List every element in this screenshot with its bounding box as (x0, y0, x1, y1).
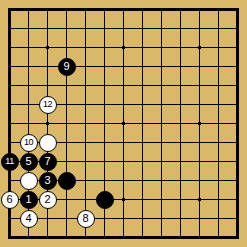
stone-black-move-7: 7 (39, 153, 57, 171)
stone-label: 9 (63, 61, 69, 72)
stone-label: 2 (44, 194, 50, 205)
stone-white-move-12: 12 (39, 96, 57, 114)
stone-label: 8 (82, 213, 88, 224)
star-point (46, 122, 49, 125)
stone-label: 6 (6, 194, 12, 205)
stone-black-move-9: 9 (58, 58, 76, 76)
star-point (198, 122, 201, 125)
grid-line-vertical (142, 8, 143, 239)
grid-line-vertical (236, 8, 239, 239)
stone-black-setup (58, 172, 76, 190)
grid-line-vertical (161, 8, 162, 239)
stone-label: 4 (25, 213, 31, 224)
stone-white-setup (39, 134, 57, 152)
star-point (46, 46, 49, 49)
star-point (122, 46, 125, 49)
star-point (198, 198, 201, 201)
stone-label: 1 (25, 194, 31, 205)
stone-label: 12 (43, 100, 52, 109)
stone-black-setup (96, 191, 114, 209)
stone-black-move-1: 1 (20, 191, 38, 209)
grid-line-vertical (180, 8, 181, 239)
stone-label: 7 (44, 156, 50, 167)
stone-label: 11 (5, 157, 13, 166)
stone-label: 3 (44, 175, 50, 186)
star-point (122, 198, 125, 201)
star-point (122, 122, 125, 125)
stone-black-move-3: 3 (39, 172, 57, 190)
grid-line-horizontal (8, 218, 239, 219)
grid-line-horizontal (8, 236, 239, 239)
stone-white-move-10: 10 (20, 134, 38, 152)
stone-black-move-11: 11 (1, 153, 19, 171)
stone-label: 10 (24, 138, 33, 147)
go-board: 912101157361248 (0, 0, 247, 247)
stone-white-move-2: 2 (39, 191, 57, 209)
stone-black-move-5: 5 (20, 153, 38, 171)
stone-white-move-6: 6 (1, 191, 19, 209)
stone-white-move-8: 8 (77, 210, 95, 228)
star-point (198, 46, 201, 49)
stone-white-setup (20, 172, 38, 190)
stone-label: 5 (25, 156, 31, 167)
grid-line-vertical (218, 8, 219, 239)
stone-white-move-4: 4 (20, 210, 38, 228)
